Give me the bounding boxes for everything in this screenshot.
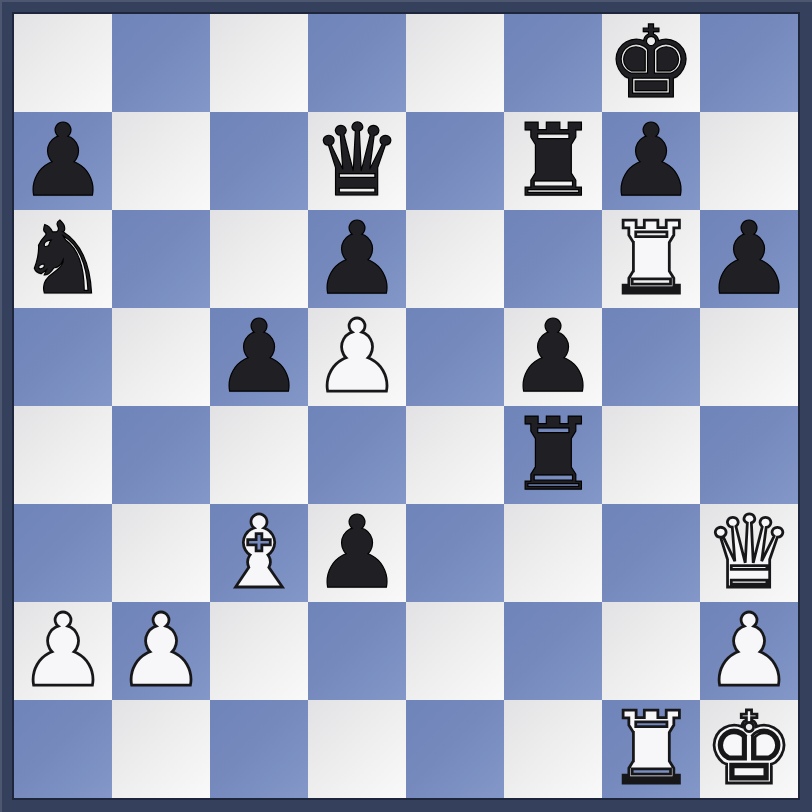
- square-c2[interactable]: [210, 602, 308, 700]
- black-pawn[interactable]: ♟: [312, 210, 402, 308]
- white-pawn[interactable]: ♟: [116, 602, 206, 700]
- square-h8[interactable]: [700, 14, 798, 112]
- square-e2[interactable]: [406, 602, 504, 700]
- black-rook[interactable]: ♜: [508, 406, 598, 504]
- black-rook[interactable]: ♜: [508, 112, 598, 210]
- square-e5[interactable]: [406, 308, 504, 406]
- square-d5[interactable]: ♟: [308, 308, 406, 406]
- square-a4[interactable]: [14, 406, 112, 504]
- square-c3[interactable]: ♝: [210, 504, 308, 602]
- square-c6[interactable]: [210, 210, 308, 308]
- white-rook[interactable]: ♜: [606, 700, 696, 798]
- square-f8[interactable]: [504, 14, 602, 112]
- square-c7[interactable]: [210, 112, 308, 210]
- square-h2[interactable]: ♟: [700, 602, 798, 700]
- square-d3[interactable]: ♟: [308, 504, 406, 602]
- square-e8[interactable]: [406, 14, 504, 112]
- square-f6[interactable]: [504, 210, 602, 308]
- square-h5[interactable]: [700, 308, 798, 406]
- white-king[interactable]: ♚: [704, 700, 794, 798]
- black-queen[interactable]: ♛: [312, 112, 402, 210]
- white-rook[interactable]: ♜: [606, 210, 696, 308]
- square-g6[interactable]: ♜: [602, 210, 700, 308]
- square-g3[interactable]: [602, 504, 700, 602]
- white-pawn[interactable]: ♟: [18, 602, 108, 700]
- square-g5[interactable]: [602, 308, 700, 406]
- square-a3[interactable]: [14, 504, 112, 602]
- white-pawn[interactable]: ♟: [312, 308, 402, 406]
- square-g2[interactable]: [602, 602, 700, 700]
- white-pawn[interactable]: ♟: [704, 602, 794, 700]
- square-f4[interactable]: ♜: [504, 406, 602, 504]
- square-b1[interactable]: [112, 700, 210, 798]
- square-g7[interactable]: ♟: [602, 112, 700, 210]
- square-b2[interactable]: ♟: [112, 602, 210, 700]
- square-a2[interactable]: ♟: [14, 602, 112, 700]
- square-c5[interactable]: ♟: [210, 308, 308, 406]
- square-f5[interactable]: ♟: [504, 308, 602, 406]
- white-bishop[interactable]: ♝: [214, 504, 304, 602]
- square-b6[interactable]: [112, 210, 210, 308]
- black-king[interactable]: ♚: [606, 14, 696, 112]
- square-h7[interactable]: [700, 112, 798, 210]
- square-a6[interactable]: ♞: [14, 210, 112, 308]
- black-pawn[interactable]: ♟: [214, 308, 304, 406]
- black-pawn[interactable]: ♟: [606, 112, 696, 210]
- square-f2[interactable]: [504, 602, 602, 700]
- black-pawn[interactable]: ♟: [704, 210, 794, 308]
- square-b8[interactable]: [112, 14, 210, 112]
- square-e6[interactable]: [406, 210, 504, 308]
- square-h1[interactable]: ♚: [700, 700, 798, 798]
- square-f7[interactable]: ♜: [504, 112, 602, 210]
- square-a8[interactable]: [14, 14, 112, 112]
- square-d1[interactable]: [308, 700, 406, 798]
- square-e3[interactable]: [406, 504, 504, 602]
- square-h3[interactable]: ♛: [700, 504, 798, 602]
- board-frame: ♚♟♛♜♟♞♟♜♟♟♟♟♜♝♟♛♟♟♟♜♚: [0, 0, 812, 812]
- square-e4[interactable]: [406, 406, 504, 504]
- square-f3[interactable]: [504, 504, 602, 602]
- black-knight[interactable]: ♞: [18, 210, 108, 308]
- square-b4[interactable]: [112, 406, 210, 504]
- black-pawn[interactable]: ♟: [18, 112, 108, 210]
- white-queen[interactable]: ♛: [704, 504, 794, 602]
- square-a7[interactable]: ♟: [14, 112, 112, 210]
- square-d8[interactable]: [308, 14, 406, 112]
- square-h6[interactable]: ♟: [700, 210, 798, 308]
- black-pawn[interactable]: ♟: [312, 504, 402, 602]
- square-c1[interactable]: [210, 700, 308, 798]
- square-a5[interactable]: [14, 308, 112, 406]
- square-h4[interactable]: [700, 406, 798, 504]
- square-d6[interactable]: ♟: [308, 210, 406, 308]
- square-f1[interactable]: [504, 700, 602, 798]
- square-e1[interactable]: [406, 700, 504, 798]
- square-d4[interactable]: [308, 406, 406, 504]
- square-c8[interactable]: [210, 14, 308, 112]
- square-g1[interactable]: ♜: [602, 700, 700, 798]
- square-c4[interactable]: [210, 406, 308, 504]
- square-b3[interactable]: [112, 504, 210, 602]
- chess-board: ♚♟♛♜♟♞♟♜♟♟♟♟♜♝♟♛♟♟♟♜♚: [14, 14, 798, 798]
- square-e7[interactable]: [406, 112, 504, 210]
- black-pawn[interactable]: ♟: [508, 308, 598, 406]
- square-b5[interactable]: [112, 308, 210, 406]
- square-g4[interactable]: [602, 406, 700, 504]
- square-b7[interactable]: [112, 112, 210, 210]
- square-a1[interactable]: [14, 700, 112, 798]
- square-d2[interactable]: [308, 602, 406, 700]
- square-g8[interactable]: ♚: [602, 14, 700, 112]
- square-d7[interactable]: ♛: [308, 112, 406, 210]
